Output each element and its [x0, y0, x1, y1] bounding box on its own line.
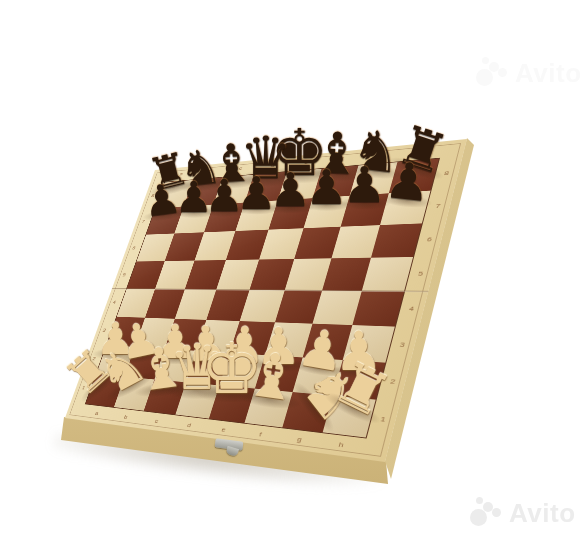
board-squares — [86, 159, 439, 438]
rank-label-right-3: 3 — [399, 342, 405, 349]
rank-label-left-4: 4 — [112, 300, 117, 305]
avito-watermark-bottom: Avito — [468, 496, 576, 530]
square-h7 — [380, 191, 430, 226]
avito-watermark-top: Avito — [474, 56, 582, 90]
file-label-front-g: g — [296, 436, 302, 443]
file-label-front-e: e — [221, 427, 227, 434]
square-h4 — [352, 291, 404, 327]
rank-label-right-2: 2 — [390, 378, 396, 385]
file-label-front-d: d — [186, 422, 191, 428]
rank-label-left-6: 6 — [132, 246, 136, 251]
avito-watermark-text: Avito — [509, 498, 576, 529]
rank-label-right-4: 4 — [408, 306, 414, 313]
square-h5 — [362, 257, 413, 291]
rank-label-right-6: 6 — [426, 237, 432, 243]
rank-label-right-7: 7 — [435, 203, 441, 209]
square-h3 — [343, 325, 395, 363]
file-label-back-a: a — [179, 172, 184, 177]
file-label-front-a: a — [94, 411, 99, 417]
avito-logo-icon — [468, 496, 504, 530]
square-h1 — [323, 396, 376, 438]
file-label-front-c: c — [154, 418, 159, 424]
file-label-back-f: f — [340, 156, 343, 162]
file-label-back-e: e — [304, 160, 309, 166]
rank-label-left-8: 8 — [151, 193, 155, 198]
rank-label-right-8: 8 — [444, 170, 450, 176]
rank-label-left-7: 7 — [141, 219, 145, 224]
file-label-back-g: g — [377, 153, 383, 159]
rank-label-left-2: 2 — [92, 356, 97, 361]
rank-label-left-3: 3 — [102, 328, 107, 333]
avito-logo-icon — [474, 56, 510, 90]
square-h8 — [389, 159, 439, 194]
product-photo-stage: aabbccddeeffgghh1122334455667788 ♜♞♝♛♚♝♞… — [0, 0, 583, 540]
file-label-front-f: f — [258, 431, 262, 438]
file-label-back-h: h — [417, 149, 423, 155]
file-label-front-b: b — [123, 414, 128, 420]
rank-label-left-5: 5 — [122, 273, 127, 278]
square-h6 — [371, 223, 422, 257]
rank-label-right-1: 1 — [380, 416, 386, 423]
rank-label-left-1: 1 — [81, 385, 86, 391]
rank-label-right-5: 5 — [418, 271, 424, 277]
file-label-back-d: d — [270, 163, 275, 168]
file-label-front-h: h — [338, 441, 344, 448]
square-h2 — [333, 360, 386, 400]
file-label-back-c: c — [238, 166, 242, 171]
avito-watermark-text: Avito — [515, 58, 582, 89]
file-label-back-b: b — [208, 169, 213, 174]
